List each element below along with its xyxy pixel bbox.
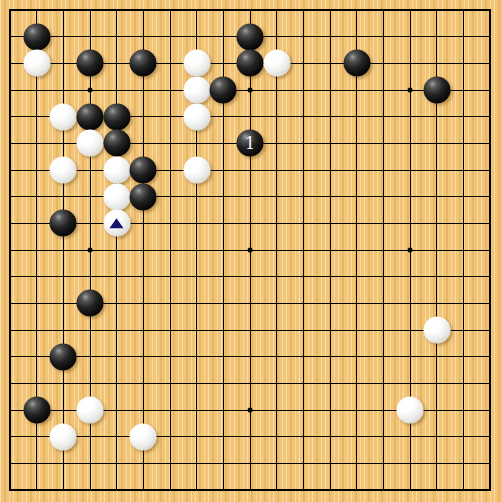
white-stone[interactable] bbox=[77, 397, 104, 424]
white-stone[interactable] bbox=[103, 183, 130, 210]
white-stone[interactable] bbox=[183, 157, 210, 184]
black-stone[interactable] bbox=[77, 290, 104, 317]
move-number-label: 1 bbox=[237, 130, 264, 157]
grid-line-horizontal bbox=[9, 489, 491, 491]
grid-line-vertical bbox=[303, 9, 304, 491]
black-stone[interactable] bbox=[130, 183, 157, 210]
grid-line-vertical bbox=[489, 9, 491, 491]
star-point bbox=[88, 248, 93, 253]
black-stone[interactable] bbox=[23, 397, 50, 424]
grid-line-horizontal bbox=[9, 383, 491, 384]
white-stone[interactable] bbox=[50, 103, 77, 130]
black-stone[interactable] bbox=[423, 77, 450, 104]
star-point bbox=[248, 408, 253, 413]
white-stone[interactable] bbox=[263, 50, 290, 77]
black-stone[interactable] bbox=[103, 103, 130, 130]
black-stone[interactable] bbox=[50, 343, 77, 370]
triangle-marked-white-stone[interactable] bbox=[103, 210, 130, 237]
white-stone[interactable] bbox=[23, 50, 50, 77]
white-stone[interactable] bbox=[423, 317, 450, 344]
black-stone[interactable] bbox=[237, 50, 264, 77]
grid-line-vertical bbox=[383, 9, 384, 491]
grid-line-horizontal bbox=[9, 330, 491, 331]
go-board[interactable]: 1 bbox=[0, 0, 502, 502]
black-stone[interactable] bbox=[130, 50, 157, 77]
star-point bbox=[88, 88, 93, 93]
black-stone[interactable] bbox=[50, 210, 77, 237]
white-stone[interactable] bbox=[50, 423, 77, 450]
move-1-black-stone[interactable]: 1 bbox=[237, 130, 264, 157]
white-stone[interactable] bbox=[103, 157, 130, 184]
white-stone[interactable] bbox=[397, 397, 424, 424]
white-stone[interactable] bbox=[77, 130, 104, 157]
star-point bbox=[408, 248, 413, 253]
grid-line-vertical bbox=[276, 9, 277, 491]
black-stone[interactable] bbox=[210, 77, 237, 104]
grid-line-horizontal bbox=[9, 356, 491, 357]
grid-line-horizontal bbox=[9, 463, 491, 464]
white-stone[interactable] bbox=[183, 103, 210, 130]
grid-line-horizontal bbox=[9, 276, 491, 277]
grid-line-vertical bbox=[463, 9, 464, 491]
grid-line-vertical bbox=[330, 9, 331, 491]
grid-line-vertical bbox=[356, 9, 357, 491]
star-point bbox=[408, 88, 413, 93]
black-stone[interactable] bbox=[130, 157, 157, 184]
black-stone[interactable] bbox=[77, 50, 104, 77]
black-stone[interactable] bbox=[23, 23, 50, 50]
white-stone[interactable] bbox=[50, 157, 77, 184]
black-stone[interactable] bbox=[103, 130, 130, 157]
grid-line-horizontal bbox=[9, 436, 491, 437]
black-stone[interactable] bbox=[343, 50, 370, 77]
white-stone[interactable] bbox=[130, 423, 157, 450]
star-point bbox=[248, 88, 253, 93]
black-stone[interactable] bbox=[77, 103, 104, 130]
white-stone[interactable] bbox=[183, 77, 210, 104]
star-point bbox=[248, 248, 253, 253]
white-stone[interactable] bbox=[183, 50, 210, 77]
triangle-marker-icon bbox=[110, 218, 124, 228]
black-stone[interactable] bbox=[237, 23, 264, 50]
